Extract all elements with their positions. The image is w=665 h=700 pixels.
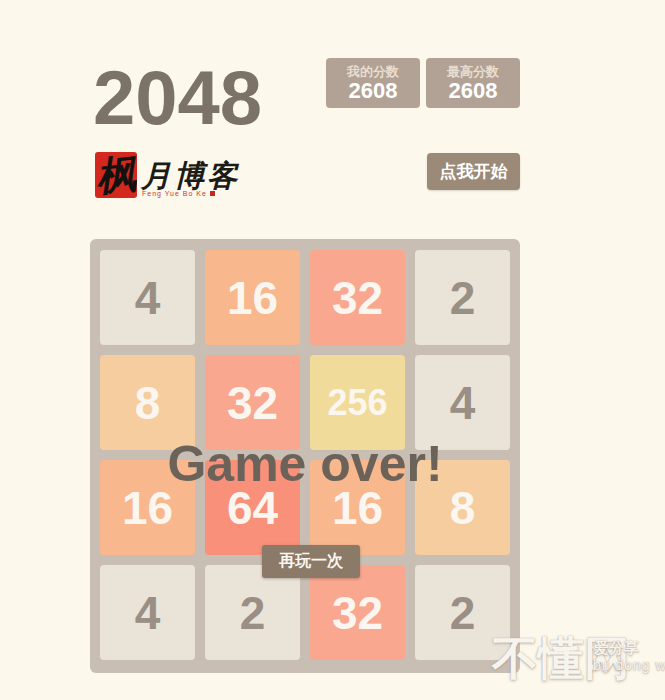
game-board[interactable]: 4 16 32 2 8 32 256 4 16 64 16 8 4 2 32 2: [90, 239, 520, 673]
tile-r3c2: 32: [310, 565, 405, 660]
tile-r2c0: 16: [100, 460, 195, 555]
start-game-button[interactable]: 点我开始: [427, 153, 520, 190]
watermark-pinyin: bu dong wang: [593, 657, 665, 673]
tile-r1c3: 4: [415, 355, 510, 450]
best-score-value: 2608: [449, 79, 498, 103]
watermark-slogan: 爱分享: [594, 639, 639, 658]
site-logo[interactable]: 枫 月博客 Feng Yue Bo Ke: [95, 150, 230, 205]
my-score-box: 我的分数 2608: [326, 58, 420, 108]
tile-r1c2: 256: [310, 355, 405, 450]
tile-r2c1: 64: [205, 460, 300, 555]
tile-r2c3: 8: [415, 460, 510, 555]
tile-r3c1: 2: [205, 565, 300, 660]
tile-r0c3: 2: [415, 250, 510, 345]
tile-r2c2: 16: [310, 460, 405, 555]
logo-red-dot-icon: [210, 191, 215, 196]
tile-r1c1: 32: [205, 355, 300, 450]
page: 2048 我的分数 2608 最高分数 2608 枫 月博客 Feng Yue …: [0, 0, 665, 700]
logo-seal-character: 枫: [95, 152, 137, 198]
best-score-box: 最高分数 2608: [426, 58, 520, 108]
logo-seal-icon: 枫: [95, 152, 137, 198]
tile-r1c0: 8: [100, 355, 195, 450]
tile-r0c1: 16: [205, 250, 300, 345]
tile-r0c2: 32: [310, 250, 405, 345]
my-score-value: 2608: [349, 79, 398, 103]
tile-r3c3: 2: [415, 565, 510, 660]
best-score-label: 最高分数: [447, 64, 499, 79]
page-title: 2048: [93, 60, 262, 136]
play-again-button[interactable]: 再玩一次: [262, 545, 360, 578]
logo-subtitle-text: Feng Yue Bo Ke: [142, 190, 207, 197]
my-score-label: 我的分数: [347, 64, 399, 79]
logo-subtitle: Feng Yue Bo Ke: [142, 190, 215, 197]
tile-r0c0: 4: [100, 250, 195, 345]
tile-r3c0: 4: [100, 565, 195, 660]
